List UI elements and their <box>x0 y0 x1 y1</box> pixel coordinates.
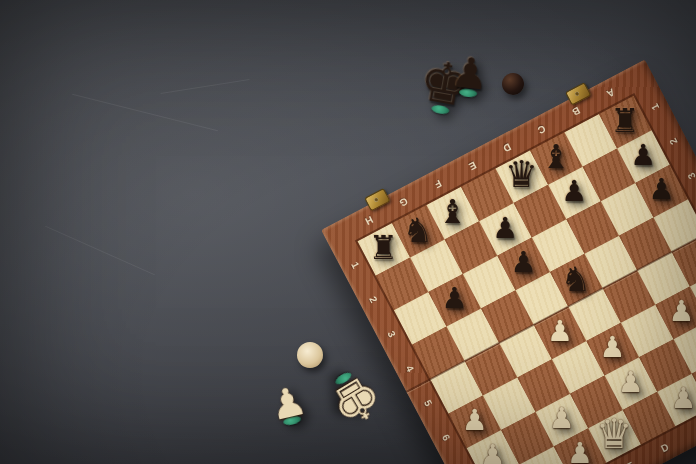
rank-label-right-2: 2 <box>667 136 679 146</box>
slate-scratch <box>45 226 155 276</box>
rank-label-left-1: 1 <box>348 260 360 270</box>
rank-label-left-5: 5 <box>421 398 433 408</box>
file-label-top-F: F <box>432 178 443 191</box>
file-label-top-C: C <box>535 123 547 136</box>
photo-scene: AABBCCDDEEFFGGHH1122334455667788♜♝♛♝♞♜♟♟… <box>0 0 696 464</box>
slate-scratch <box>160 79 249 94</box>
black-pawn-lying[interactable]: ♟ <box>449 51 491 97</box>
file-label-top-H: H <box>363 214 375 227</box>
rank-label-right-3: 3 <box>685 171 696 181</box>
white-king-glyph: ♚ <box>321 364 390 435</box>
brass-clasp-icon <box>565 82 591 106</box>
file-label-bottom-D: D <box>659 441 671 454</box>
brass-clasp-icon <box>364 188 390 212</box>
file-label-top-A: A <box>604 86 616 99</box>
file-label-bottom-E: E <box>625 459 636 464</box>
piece-black-pawn-a2[interactable]: ♟ <box>630 141 656 170</box>
piece-white-pawn-b6[interactable]: ♟ <box>668 297 694 326</box>
piece-black-pawn-a3[interactable]: ♟ <box>648 175 674 204</box>
piece-black-knight-d4[interactable]: ♞ <box>560 261 590 295</box>
white-king-lying[interactable]: ♚ <box>321 364 390 435</box>
white-pawn-standing[interactable] <box>297 342 323 368</box>
piece-black-pawn-e2[interactable]: ♟ <box>492 213 518 242</box>
piece-white-pawn-h7[interactable]: ♟ <box>479 440 505 464</box>
piece-white-pawn-f8[interactable]: ♟ <box>566 439 592 464</box>
rank-label-left-2: 2 <box>367 294 379 304</box>
piece-white-pawn-e5[interactable]: ♟ <box>546 317 572 346</box>
piece-black-pawn-e3[interactable]: ♟ <box>510 248 536 277</box>
rank-label-left-3: 3 <box>385 329 397 339</box>
piece-black-rook-h1[interactable]: ♜ <box>368 231 398 264</box>
white-pawn-glyph: ♟ <box>266 379 310 426</box>
piece-white-pawn-h6[interactable]: ♟ <box>461 406 487 435</box>
piece-black-pawn-c2[interactable]: ♟ <box>561 177 587 206</box>
piece-black-rook-a1[interactable]: ♜ <box>610 104 640 137</box>
file-label-top-D: D <box>501 141 513 154</box>
piece-white-queen-e8[interactable]: ♛ <box>595 414 632 455</box>
piece-black-bishop-c1[interactable]: ♝ <box>541 140 571 173</box>
white-pawn-lying[interactable]: ♟ <box>266 379 310 426</box>
file-label-top-B: B <box>570 105 582 118</box>
piece-black-pawn-g3[interactable]: ♟ <box>441 284 467 313</box>
piece-white-pawn-d6[interactable]: ♟ <box>599 333 625 362</box>
piece-black-queen-d1[interactable]: ♛ <box>504 156 537 193</box>
file-label-top-E: E <box>466 159 477 172</box>
piece-white-pawn-c8[interactable]: ♟ <box>670 384 696 413</box>
black-pawn-glyph: ♟ <box>449 51 491 97</box>
piece-white-pawn-f7[interactable]: ♟ <box>548 404 574 433</box>
rank-label-left-6: 6 <box>439 432 451 442</box>
file-label-top-G: G <box>397 195 409 208</box>
black-pawn-standing[interactable] <box>502 73 524 95</box>
rank-label-right-1: 1 <box>648 102 660 112</box>
piece-black-bishop-f1[interactable]: ♝ <box>437 195 467 228</box>
piece-white-pawn-d7[interactable]: ♟ <box>617 368 643 397</box>
rank-label-left-4: 4 <box>403 363 415 373</box>
piece-black-knight-g1[interactable]: ♞ <box>402 212 432 246</box>
slate-scratch <box>72 94 218 131</box>
